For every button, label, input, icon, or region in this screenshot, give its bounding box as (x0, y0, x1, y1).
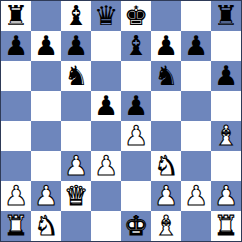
black-pawn[interactable]: ♟ (184, 32, 208, 59)
black-queen[interactable]: ♛ (94, 2, 118, 29)
square-a6[interactable] (1, 61, 31, 91)
square-c1[interactable] (61, 211, 91, 241)
white-pawn[interactable]: ♟ (64, 152, 88, 179)
white-pawn[interactable]: ♟ (4, 182, 28, 209)
square-c3[interactable]: ♟ (61, 151, 91, 181)
square-g3[interactable] (181, 151, 211, 181)
square-c2[interactable]: ♛ (61, 181, 91, 211)
black-pawn[interactable]: ♟ (124, 92, 148, 119)
square-e8[interactable]: ♚ (121, 1, 151, 31)
square-d7[interactable] (91, 31, 121, 61)
chess-board: ♜♝♛♚♜♟♟♟♝♟♟♞♞♟♟♟♟♝♟♟♞♟♟♛♟♟♟♜♞♚♝♜ (0, 0, 242, 242)
white-knight[interactable]: ♞ (34, 212, 58, 239)
square-b7[interactable]: ♟ (31, 31, 61, 61)
square-b2[interactable]: ♟ (31, 181, 61, 211)
square-h6[interactable]: ♟ (211, 61, 241, 91)
square-f3[interactable]: ♞ (151, 151, 181, 181)
square-d8[interactable]: ♛ (91, 1, 121, 31)
square-b4[interactable] (31, 121, 61, 151)
white-king[interactable]: ♚ (124, 212, 148, 239)
square-a4[interactable] (1, 121, 31, 151)
white-pawn[interactable]: ♟ (154, 182, 178, 209)
black-knight[interactable]: ♞ (154, 62, 178, 89)
square-g5[interactable] (181, 91, 211, 121)
black-pawn[interactable]: ♟ (154, 32, 178, 59)
square-b8[interactable] (31, 1, 61, 31)
black-bishop[interactable]: ♝ (124, 32, 148, 59)
square-e1[interactable]: ♚ (121, 211, 151, 241)
square-d1[interactable] (91, 211, 121, 241)
square-b5[interactable] (31, 91, 61, 121)
white-bishop[interactable]: ♝ (154, 212, 178, 239)
square-h4[interactable]: ♝ (211, 121, 241, 151)
black-rook[interactable]: ♜ (214, 2, 238, 29)
square-g1[interactable] (181, 211, 211, 241)
black-pawn[interactable]: ♟ (214, 62, 238, 89)
white-rook[interactable]: ♜ (214, 212, 238, 239)
black-knight[interactable]: ♞ (64, 62, 88, 89)
black-king[interactable]: ♚ (124, 2, 148, 29)
square-g7[interactable]: ♟ (181, 31, 211, 61)
square-c6[interactable]: ♞ (61, 61, 91, 91)
square-e4[interactable]: ♟ (121, 121, 151, 151)
white-pawn[interactable]: ♟ (184, 182, 208, 209)
square-b1[interactable]: ♞ (31, 211, 61, 241)
white-pawn[interactable]: ♟ (94, 152, 118, 179)
square-f7[interactable]: ♟ (151, 31, 181, 61)
square-a3[interactable] (1, 151, 31, 181)
white-rook[interactable]: ♜ (4, 212, 28, 239)
square-b6[interactable] (31, 61, 61, 91)
square-a7[interactable]: ♟ (1, 31, 31, 61)
black-bishop[interactable]: ♝ (64, 2, 88, 29)
square-d3[interactable]: ♟ (91, 151, 121, 181)
black-pawn[interactable]: ♟ (64, 32, 88, 59)
square-d6[interactable] (91, 61, 121, 91)
square-e5[interactable]: ♟ (121, 91, 151, 121)
square-f6[interactable]: ♞ (151, 61, 181, 91)
square-g2[interactable]: ♟ (181, 181, 211, 211)
square-h1[interactable]: ♜ (211, 211, 241, 241)
square-e3[interactable] (121, 151, 151, 181)
square-c8[interactable]: ♝ (61, 1, 91, 31)
black-rook[interactable]: ♜ (4, 2, 28, 29)
square-e7[interactable]: ♝ (121, 31, 151, 61)
white-pawn[interactable]: ♟ (124, 122, 148, 149)
square-f4[interactable] (151, 121, 181, 151)
square-d2[interactable] (91, 181, 121, 211)
square-d5[interactable]: ♟ (91, 91, 121, 121)
square-a8[interactable]: ♜ (1, 1, 31, 31)
square-b3[interactable] (31, 151, 61, 181)
square-a2[interactable]: ♟ (1, 181, 31, 211)
square-g8[interactable] (181, 1, 211, 31)
square-h5[interactable] (211, 91, 241, 121)
square-f2[interactable]: ♟ (151, 181, 181, 211)
square-c4[interactable] (61, 121, 91, 151)
black-pawn[interactable]: ♟ (4, 32, 28, 59)
square-f8[interactable] (151, 1, 181, 31)
square-h2[interactable]: ♟ (211, 181, 241, 211)
white-bishop[interactable]: ♝ (214, 122, 238, 149)
square-h8[interactable]: ♜ (211, 1, 241, 31)
square-e2[interactable] (121, 181, 151, 211)
white-knight[interactable]: ♞ (154, 152, 178, 179)
square-e6[interactable] (121, 61, 151, 91)
square-g4[interactable] (181, 121, 211, 151)
black-pawn[interactable]: ♟ (34, 32, 58, 59)
square-c5[interactable] (61, 91, 91, 121)
white-pawn[interactable]: ♟ (214, 182, 238, 209)
square-c7[interactable]: ♟ (61, 31, 91, 61)
square-a1[interactable]: ♜ (1, 211, 31, 241)
square-g6[interactable] (181, 61, 211, 91)
square-h3[interactable] (211, 151, 241, 181)
square-d4[interactable] (91, 121, 121, 151)
square-f5[interactable] (151, 91, 181, 121)
white-pawn[interactable]: ♟ (34, 182, 58, 209)
square-f1[interactable]: ♝ (151, 211, 181, 241)
black-pawn[interactable]: ♟ (94, 92, 118, 119)
square-h7[interactable] (211, 31, 241, 61)
white-queen[interactable]: ♛ (64, 182, 88, 209)
square-a5[interactable] (1, 91, 31, 121)
